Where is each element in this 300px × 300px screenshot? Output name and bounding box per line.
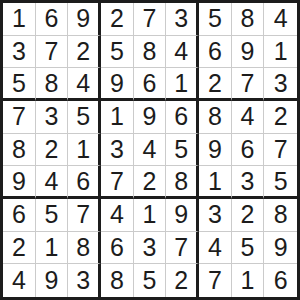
cell-r3c8[interactable]: 7 — [232, 68, 265, 101]
sudoku-board: 1692735843725846915849612737351968428213… — [0, 0, 300, 300]
cell-r9c6[interactable]: 2 — [166, 264, 199, 297]
cell-r6c1[interactable]: 9 — [3, 166, 36, 199]
cell-r3c6[interactable]: 1 — [166, 68, 199, 101]
cell-r2c8[interactable]: 9 — [232, 36, 265, 69]
cell-r1c6[interactable]: 3 — [166, 3, 199, 36]
cell-r2c6[interactable]: 4 — [166, 36, 199, 69]
cell-r5c1[interactable]: 8 — [3, 134, 36, 167]
cell-r1c2[interactable]: 6 — [36, 3, 69, 36]
cell-r5c6[interactable]: 5 — [166, 134, 199, 167]
cell-r2c2[interactable]: 7 — [36, 36, 69, 69]
cell-r4c4[interactable]: 1 — [101, 101, 134, 134]
cell-r5c5[interactable]: 4 — [134, 134, 167, 167]
cell-r9c2[interactable]: 9 — [36, 264, 69, 297]
cell-r6c7[interactable]: 1 — [199, 166, 232, 199]
cell-r1c4[interactable]: 2 — [101, 3, 134, 36]
cell-r9c3[interactable]: 3 — [68, 264, 101, 297]
cell-r2c4[interactable]: 5 — [101, 36, 134, 69]
cell-r8c5[interactable]: 3 — [134, 232, 167, 265]
cell-r6c9[interactable]: 5 — [264, 166, 297, 199]
cell-r4c3[interactable]: 5 — [68, 101, 101, 134]
cell-r5c9[interactable]: 7 — [264, 134, 297, 167]
cell-r3c2[interactable]: 8 — [36, 68, 69, 101]
cell-r1c5[interactable]: 7 — [134, 3, 167, 36]
cell-r1c1[interactable]: 1 — [3, 3, 36, 36]
cell-r7c8[interactable]: 2 — [232, 199, 265, 232]
cell-r5c4[interactable]: 3 — [101, 134, 134, 167]
cell-r2c7[interactable]: 6 — [199, 36, 232, 69]
cell-r1c3[interactable]: 9 — [68, 3, 101, 36]
cell-r1c9[interactable]: 4 — [264, 3, 297, 36]
cell-r2c3[interactable]: 2 — [68, 36, 101, 69]
cell-r4c6[interactable]: 6 — [166, 101, 199, 134]
cell-r9c9[interactable]: 6 — [264, 264, 297, 297]
cell-r9c1[interactable]: 4 — [3, 264, 36, 297]
cell-r9c7[interactable]: 7 — [199, 264, 232, 297]
cell-r6c2[interactable]: 4 — [36, 166, 69, 199]
cell-r8c7[interactable]: 4 — [199, 232, 232, 265]
cell-r9c5[interactable]: 5 — [134, 264, 167, 297]
cell-r7c9[interactable]: 8 — [264, 199, 297, 232]
cell-r7c6[interactable]: 9 — [166, 199, 199, 232]
cell-r1c7[interactable]: 5 — [199, 3, 232, 36]
sudoku-page: 1692735843725846915849612737351968428213… — [0, 0, 300, 300]
cell-r8c8[interactable]: 5 — [232, 232, 265, 265]
cell-r2c5[interactable]: 8 — [134, 36, 167, 69]
cell-r9c4[interactable]: 8 — [101, 264, 134, 297]
cell-r1c8[interactable]: 8 — [232, 3, 265, 36]
cell-r6c5[interactable]: 2 — [134, 166, 167, 199]
cell-r6c3[interactable]: 6 — [68, 166, 101, 199]
cell-r3c1[interactable]: 5 — [3, 68, 36, 101]
cell-r7c4[interactable]: 4 — [101, 199, 134, 232]
cell-r3c9[interactable]: 3 — [264, 68, 297, 101]
cell-r4c7[interactable]: 8 — [199, 101, 232, 134]
cell-r6c6[interactable]: 8 — [166, 166, 199, 199]
cell-r7c3[interactable]: 7 — [68, 199, 101, 232]
cell-r8c4[interactable]: 6 — [101, 232, 134, 265]
cell-r3c4[interactable]: 9 — [101, 68, 134, 101]
cell-r7c1[interactable]: 6 — [3, 199, 36, 232]
cell-r5c3[interactable]: 1 — [68, 134, 101, 167]
cell-r8c2[interactable]: 1 — [36, 232, 69, 265]
cell-r5c8[interactable]: 6 — [232, 134, 265, 167]
cell-r7c7[interactable]: 3 — [199, 199, 232, 232]
cell-r4c1[interactable]: 7 — [3, 101, 36, 134]
cell-r4c2[interactable]: 3 — [36, 101, 69, 134]
cell-r3c7[interactable]: 2 — [199, 68, 232, 101]
cell-r9c8[interactable]: 1 — [232, 264, 265, 297]
cell-r7c5[interactable]: 1 — [134, 199, 167, 232]
cell-r5c7[interactable]: 9 — [199, 134, 232, 167]
cell-r2c9[interactable]: 1 — [264, 36, 297, 69]
cell-r3c5[interactable]: 6 — [134, 68, 167, 101]
cell-r8c3[interactable]: 8 — [68, 232, 101, 265]
cell-r6c8[interactable]: 3 — [232, 166, 265, 199]
cell-r4c5[interactable]: 9 — [134, 101, 167, 134]
cell-r5c2[interactable]: 2 — [36, 134, 69, 167]
cell-r2c1[interactable]: 3 — [3, 36, 36, 69]
cell-r3c3[interactable]: 4 — [68, 68, 101, 101]
cell-r7c2[interactable]: 5 — [36, 199, 69, 232]
cell-r4c9[interactable]: 2 — [264, 101, 297, 134]
cell-r4c8[interactable]: 4 — [232, 101, 265, 134]
cell-r6c4[interactable]: 7 — [101, 166, 134, 199]
cell-r8c6[interactable]: 7 — [166, 232, 199, 265]
cell-r8c9[interactable]: 9 — [264, 232, 297, 265]
cell-r8c1[interactable]: 2 — [3, 232, 36, 265]
